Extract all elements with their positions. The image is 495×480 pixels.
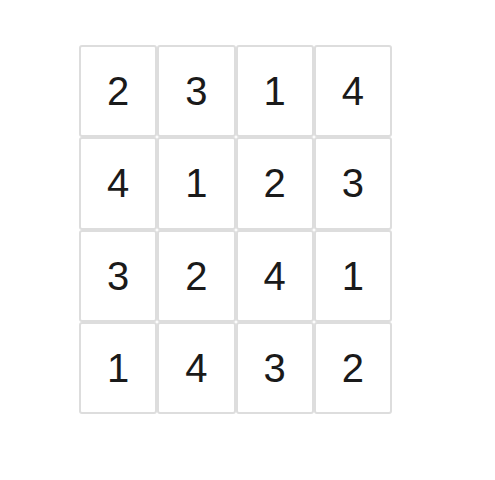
grid-cell-r1c2[interactable]: 3 (157, 45, 235, 137)
grid-cell-r3c2[interactable]: 2 (157, 230, 235, 322)
grid-cell-r4c1[interactable]: 1 (79, 322, 157, 414)
grid-cell-r4c3[interactable]: 3 (236, 322, 314, 414)
grid-cell-r4c2[interactable]: 4 (157, 322, 235, 414)
sudoku-board: 2314412332411432 (79, 45, 392, 414)
grid-cell-r3c4[interactable]: 1 (314, 230, 392, 322)
grid-cell-r2c4[interactable]: 3 (314, 137, 392, 229)
grid-cell-r1c1[interactable]: 2 (79, 45, 157, 137)
grid-cell-r1c3[interactable]: 1 (236, 45, 314, 137)
grid-cell-r4c4[interactable]: 2 (314, 322, 392, 414)
grid-cell-r2c1[interactable]: 4 (79, 137, 157, 229)
grid-cell-r1c4[interactable]: 4 (314, 45, 392, 137)
grid-cell-r3c1[interactable]: 3 (79, 230, 157, 322)
grid-cell-r2c2[interactable]: 1 (157, 137, 235, 229)
page: 2314412332411432 (0, 0, 495, 480)
grid-cell-r3c3[interactable]: 4 (236, 230, 314, 322)
grid-cell-r2c3[interactable]: 2 (236, 137, 314, 229)
